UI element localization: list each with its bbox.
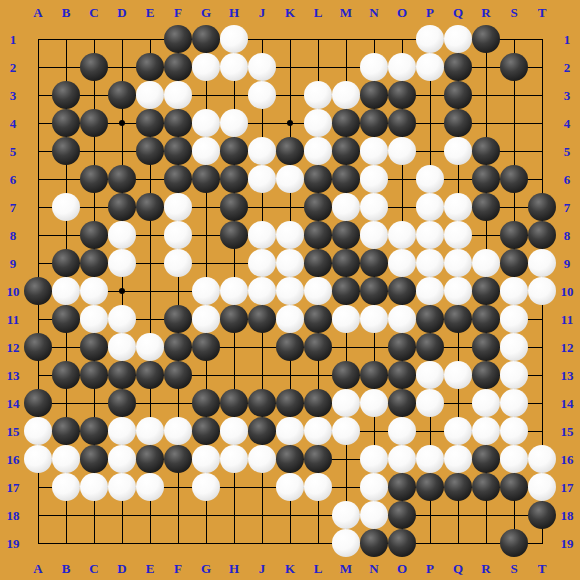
stone-white bbox=[136, 417, 164, 445]
stone-black bbox=[332, 137, 360, 165]
stone-black bbox=[444, 109, 472, 137]
stone-black bbox=[52, 81, 80, 109]
stone-white bbox=[24, 445, 52, 473]
stone-black bbox=[220, 137, 248, 165]
stone-white bbox=[416, 221, 444, 249]
column-label-bottom: L bbox=[314, 562, 323, 575]
stone-black bbox=[24, 277, 52, 305]
stone-white bbox=[388, 249, 416, 277]
stone-black bbox=[164, 333, 192, 361]
stone-white bbox=[444, 361, 472, 389]
stone-white bbox=[472, 417, 500, 445]
column-label-top: E bbox=[146, 6, 155, 19]
column-label-top: H bbox=[229, 6, 239, 19]
stone-white bbox=[360, 165, 388, 193]
stone-white bbox=[304, 277, 332, 305]
column-label-bottom: R bbox=[481, 562, 490, 575]
stone-black bbox=[500, 53, 528, 81]
stone-black bbox=[136, 193, 164, 221]
stone-white bbox=[304, 109, 332, 137]
row-label-left: 15 bbox=[7, 425, 20, 438]
column-label-top: A bbox=[33, 6, 42, 19]
stone-black bbox=[24, 389, 52, 417]
column-label-top: G bbox=[201, 6, 211, 19]
stone-white bbox=[276, 417, 304, 445]
stone-black bbox=[24, 333, 52, 361]
stone-white bbox=[248, 81, 276, 109]
stone-black bbox=[136, 445, 164, 473]
stone-black bbox=[472, 445, 500, 473]
stone-white bbox=[388, 137, 416, 165]
row-label-left: 17 bbox=[7, 481, 20, 494]
row-label-right: 8 bbox=[564, 229, 571, 242]
column-label-bottom: C bbox=[89, 562, 98, 575]
row-label-right: 12 bbox=[561, 341, 574, 354]
column-label-bottom: D bbox=[117, 562, 126, 575]
stone-white bbox=[248, 445, 276, 473]
stone-black bbox=[360, 109, 388, 137]
stone-white bbox=[416, 277, 444, 305]
stone-black bbox=[164, 445, 192, 473]
row-label-left: 19 bbox=[7, 537, 20, 550]
stone-white bbox=[444, 249, 472, 277]
stone-white bbox=[472, 389, 500, 417]
row-label-left: 2 bbox=[10, 61, 17, 74]
column-label-bottom: G bbox=[201, 562, 211, 575]
stone-white bbox=[304, 473, 332, 501]
stone-black bbox=[108, 361, 136, 389]
row-label-left: 10 bbox=[7, 285, 20, 298]
stone-white bbox=[360, 193, 388, 221]
stone-black bbox=[248, 417, 276, 445]
stone-white bbox=[416, 445, 444, 473]
stone-black bbox=[388, 501, 416, 529]
stone-white bbox=[192, 53, 220, 81]
stone-white bbox=[220, 109, 248, 137]
stone-white bbox=[388, 53, 416, 81]
stone-black bbox=[500, 221, 528, 249]
stone-white bbox=[276, 305, 304, 333]
stone-black bbox=[500, 249, 528, 277]
stone-white bbox=[276, 165, 304, 193]
stone-white bbox=[500, 417, 528, 445]
stone-black bbox=[360, 277, 388, 305]
stone-white bbox=[444, 137, 472, 165]
stone-white bbox=[248, 165, 276, 193]
stone-white bbox=[136, 473, 164, 501]
stone-black bbox=[416, 305, 444, 333]
stone-black bbox=[304, 221, 332, 249]
stone-white bbox=[388, 305, 416, 333]
column-label-bottom: M bbox=[340, 562, 352, 575]
stone-black bbox=[332, 221, 360, 249]
star-point bbox=[119, 288, 125, 294]
stone-white bbox=[332, 501, 360, 529]
stone-white bbox=[528, 277, 556, 305]
stone-white bbox=[416, 389, 444, 417]
stone-white bbox=[500, 389, 528, 417]
stone-black bbox=[472, 277, 500, 305]
stone-black bbox=[276, 389, 304, 417]
stone-white bbox=[500, 445, 528, 473]
stone-black bbox=[332, 165, 360, 193]
stone-white bbox=[500, 361, 528, 389]
stone-white bbox=[444, 445, 472, 473]
stone-black bbox=[416, 333, 444, 361]
stone-white bbox=[528, 473, 556, 501]
stone-white bbox=[360, 389, 388, 417]
stone-black bbox=[276, 137, 304, 165]
stone-black bbox=[444, 81, 472, 109]
star-point bbox=[119, 120, 125, 126]
stone-white bbox=[164, 81, 192, 109]
stone-black bbox=[500, 473, 528, 501]
column-label-bottom: N bbox=[369, 562, 378, 575]
row-label-left: 9 bbox=[10, 257, 17, 270]
row-label-right: 5 bbox=[564, 145, 571, 158]
stone-white bbox=[472, 249, 500, 277]
column-label-top: S bbox=[510, 6, 517, 19]
stone-black bbox=[332, 249, 360, 277]
stone-black bbox=[388, 389, 416, 417]
stone-white bbox=[108, 221, 136, 249]
stone-white bbox=[304, 137, 332, 165]
stone-white bbox=[220, 417, 248, 445]
stone-black bbox=[332, 361, 360, 389]
stone-black bbox=[220, 165, 248, 193]
stone-white bbox=[332, 193, 360, 221]
row-label-left: 7 bbox=[10, 201, 17, 214]
stone-black bbox=[80, 165, 108, 193]
stone-white bbox=[360, 53, 388, 81]
stone-black bbox=[192, 333, 220, 361]
stone-black bbox=[472, 137, 500, 165]
stone-black bbox=[472, 333, 500, 361]
row-label-left: 1 bbox=[10, 33, 17, 46]
stone-white bbox=[192, 137, 220, 165]
stone-black bbox=[192, 25, 220, 53]
stone-white bbox=[248, 221, 276, 249]
stone-black bbox=[108, 193, 136, 221]
stone-black bbox=[136, 361, 164, 389]
stone-white bbox=[360, 473, 388, 501]
stone-white bbox=[248, 249, 276, 277]
row-label-right: 18 bbox=[561, 509, 574, 522]
stone-black bbox=[444, 53, 472, 81]
column-label-top: Q bbox=[453, 6, 463, 19]
row-label-right: 15 bbox=[561, 425, 574, 438]
row-label-right: 7 bbox=[564, 201, 571, 214]
stone-white bbox=[332, 305, 360, 333]
stone-white bbox=[108, 249, 136, 277]
stone-black bbox=[52, 249, 80, 277]
stone-white bbox=[304, 417, 332, 445]
stone-black bbox=[52, 305, 80, 333]
column-label-top: T bbox=[538, 6, 547, 19]
stone-white bbox=[500, 277, 528, 305]
row-label-right: 11 bbox=[561, 313, 573, 326]
stone-black bbox=[164, 109, 192, 137]
stone-white bbox=[220, 445, 248, 473]
stone-black bbox=[108, 165, 136, 193]
stone-black bbox=[192, 389, 220, 417]
stone-black bbox=[164, 53, 192, 81]
column-label-top: C bbox=[89, 6, 98, 19]
stone-black bbox=[360, 249, 388, 277]
stone-white bbox=[192, 305, 220, 333]
row-label-right: 2 bbox=[564, 61, 571, 74]
stone-white bbox=[192, 473, 220, 501]
stone-black bbox=[444, 305, 472, 333]
stone-black bbox=[304, 305, 332, 333]
column-label-top: M bbox=[340, 6, 352, 19]
column-label-bottom: J bbox=[259, 562, 266, 575]
column-label-bottom: P bbox=[426, 562, 434, 575]
stone-white bbox=[416, 193, 444, 221]
stone-white bbox=[248, 137, 276, 165]
stone-white bbox=[360, 445, 388, 473]
column-label-bottom: O bbox=[397, 562, 407, 575]
stone-white bbox=[388, 445, 416, 473]
row-label-right: 3 bbox=[564, 89, 571, 102]
column-label-top: B bbox=[62, 6, 71, 19]
stone-black bbox=[304, 193, 332, 221]
stone-white bbox=[52, 445, 80, 473]
row-label-left: 11 bbox=[7, 313, 19, 326]
stone-white bbox=[332, 529, 360, 557]
stone-black bbox=[444, 473, 472, 501]
stone-black bbox=[52, 361, 80, 389]
row-label-left: 8 bbox=[10, 229, 17, 242]
row-label-right: 17 bbox=[561, 481, 574, 494]
stone-white bbox=[332, 389, 360, 417]
stone-white bbox=[528, 249, 556, 277]
stone-black bbox=[304, 389, 332, 417]
stone-black bbox=[248, 389, 276, 417]
stone-black bbox=[164, 361, 192, 389]
column-label-bottom: F bbox=[174, 562, 182, 575]
column-label-top: R bbox=[481, 6, 490, 19]
stone-black bbox=[360, 529, 388, 557]
stone-black bbox=[276, 333, 304, 361]
stone-black bbox=[472, 473, 500, 501]
column-label-bottom: S bbox=[510, 562, 517, 575]
stone-white bbox=[192, 277, 220, 305]
stone-black bbox=[472, 193, 500, 221]
stone-white bbox=[360, 305, 388, 333]
stone-white bbox=[52, 277, 80, 305]
stone-white bbox=[164, 193, 192, 221]
column-label-bottom: B bbox=[62, 562, 71, 575]
stone-black bbox=[136, 137, 164, 165]
row-label-right: 13 bbox=[561, 369, 574, 382]
column-label-top: F bbox=[174, 6, 182, 19]
stone-white bbox=[108, 445, 136, 473]
stone-white bbox=[416, 361, 444, 389]
stone-white bbox=[192, 445, 220, 473]
stone-black bbox=[416, 473, 444, 501]
stone-black bbox=[500, 529, 528, 557]
stone-white bbox=[220, 25, 248, 53]
stone-white bbox=[360, 501, 388, 529]
stone-white bbox=[388, 417, 416, 445]
stone-black bbox=[80, 221, 108, 249]
stone-white bbox=[52, 473, 80, 501]
stone-white bbox=[444, 221, 472, 249]
row-label-left: 16 bbox=[7, 453, 20, 466]
stone-white bbox=[416, 53, 444, 81]
stone-white bbox=[192, 109, 220, 137]
column-label-top: O bbox=[397, 6, 407, 19]
column-label-top: L bbox=[314, 6, 323, 19]
stone-black bbox=[388, 277, 416, 305]
column-label-top: J bbox=[259, 6, 266, 19]
stone-white bbox=[528, 445, 556, 473]
stone-black bbox=[472, 361, 500, 389]
stone-white bbox=[108, 473, 136, 501]
column-label-bottom: T bbox=[538, 562, 547, 575]
stone-white bbox=[276, 249, 304, 277]
go-board[interactable]: AABBCCDDEEFFGGHHJJKKLLMMNNOOPPQQRRSSTT11… bbox=[0, 0, 580, 580]
stone-black bbox=[80, 53, 108, 81]
row-label-left: 5 bbox=[10, 145, 17, 158]
stone-white bbox=[248, 277, 276, 305]
stone-white bbox=[80, 305, 108, 333]
stone-white bbox=[304, 81, 332, 109]
row-label-left: 3 bbox=[10, 89, 17, 102]
stone-white bbox=[108, 333, 136, 361]
stone-black bbox=[528, 193, 556, 221]
stone-white bbox=[360, 221, 388, 249]
row-label-right: 10 bbox=[561, 285, 574, 298]
grid-line-horizontal bbox=[38, 515, 543, 516]
stone-white bbox=[416, 249, 444, 277]
stone-black bbox=[472, 305, 500, 333]
row-label-right: 19 bbox=[561, 537, 574, 550]
stone-black bbox=[164, 137, 192, 165]
row-label-left: 14 bbox=[7, 397, 20, 410]
row-label-left: 18 bbox=[7, 509, 20, 522]
stone-white bbox=[444, 193, 472, 221]
column-label-bottom: E bbox=[146, 562, 155, 575]
row-label-left: 6 bbox=[10, 173, 17, 186]
stone-black bbox=[80, 109, 108, 137]
stone-black bbox=[136, 109, 164, 137]
row-label-right: 1 bbox=[564, 33, 571, 46]
stone-black bbox=[192, 417, 220, 445]
stone-white bbox=[500, 305, 528, 333]
stone-black bbox=[528, 221, 556, 249]
stone-black bbox=[472, 165, 500, 193]
row-label-right: 6 bbox=[564, 173, 571, 186]
stone-white bbox=[500, 333, 528, 361]
stone-black bbox=[360, 81, 388, 109]
row-label-right: 4 bbox=[564, 117, 571, 130]
stone-white bbox=[276, 473, 304, 501]
stone-white bbox=[164, 249, 192, 277]
stone-white bbox=[332, 417, 360, 445]
row-label-right: 14 bbox=[561, 397, 574, 410]
stone-black bbox=[304, 249, 332, 277]
stone-black bbox=[472, 25, 500, 53]
stone-black bbox=[304, 165, 332, 193]
stone-white bbox=[220, 277, 248, 305]
column-label-top: D bbox=[117, 6, 126, 19]
column-label-bottom: A bbox=[33, 562, 42, 575]
stone-black bbox=[164, 165, 192, 193]
row-label-left: 13 bbox=[7, 369, 20, 382]
star-point bbox=[287, 120, 293, 126]
stone-black bbox=[220, 305, 248, 333]
stone-black bbox=[52, 109, 80, 137]
stone-white bbox=[444, 25, 472, 53]
column-label-top: P bbox=[426, 6, 434, 19]
stone-black bbox=[388, 81, 416, 109]
row-label-left: 12 bbox=[7, 341, 20, 354]
column-label-top: K bbox=[285, 6, 295, 19]
stone-white bbox=[108, 305, 136, 333]
stone-black bbox=[360, 361, 388, 389]
stone-white bbox=[248, 53, 276, 81]
row-label-right: 9 bbox=[564, 257, 571, 270]
stone-black bbox=[80, 361, 108, 389]
stone-black bbox=[108, 81, 136, 109]
stone-black bbox=[164, 305, 192, 333]
stone-black bbox=[80, 333, 108, 361]
column-label-top: N bbox=[369, 6, 378, 19]
stone-white bbox=[444, 277, 472, 305]
stone-black bbox=[220, 389, 248, 417]
stone-white bbox=[276, 221, 304, 249]
stone-black bbox=[304, 333, 332, 361]
column-label-bottom: H bbox=[229, 562, 239, 575]
row-label-right: 16 bbox=[561, 453, 574, 466]
stone-black bbox=[388, 361, 416, 389]
stone-black bbox=[136, 53, 164, 81]
stone-white bbox=[136, 81, 164, 109]
stone-black bbox=[276, 445, 304, 473]
stone-white bbox=[220, 53, 248, 81]
stone-white bbox=[164, 221, 192, 249]
stone-black bbox=[52, 417, 80, 445]
row-label-left: 4 bbox=[10, 117, 17, 130]
stone-black bbox=[388, 109, 416, 137]
stone-black bbox=[52, 137, 80, 165]
stone-black bbox=[332, 277, 360, 305]
stone-white bbox=[52, 193, 80, 221]
stone-black bbox=[528, 501, 556, 529]
stone-white bbox=[332, 81, 360, 109]
stone-black bbox=[304, 445, 332, 473]
stone-white bbox=[24, 417, 52, 445]
stone-black bbox=[248, 305, 276, 333]
stone-white bbox=[388, 221, 416, 249]
stone-white bbox=[80, 473, 108, 501]
stone-white bbox=[416, 165, 444, 193]
stone-white bbox=[360, 137, 388, 165]
stone-white bbox=[276, 277, 304, 305]
stone-white bbox=[164, 417, 192, 445]
stone-white bbox=[136, 333, 164, 361]
stone-black bbox=[80, 445, 108, 473]
stone-white bbox=[80, 277, 108, 305]
stone-black bbox=[164, 25, 192, 53]
stone-white bbox=[416, 25, 444, 53]
stone-white bbox=[444, 417, 472, 445]
stone-black bbox=[388, 529, 416, 557]
stone-black bbox=[220, 221, 248, 249]
column-label-bottom: K bbox=[285, 562, 295, 575]
